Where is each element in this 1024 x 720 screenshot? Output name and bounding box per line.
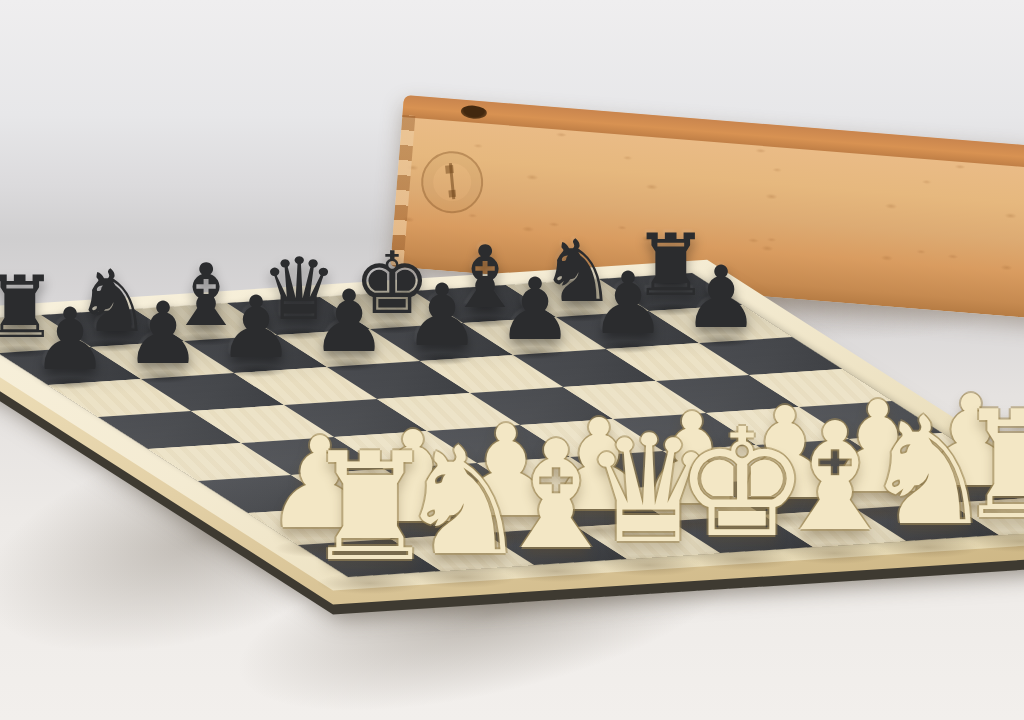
box-stamp	[418, 148, 486, 216]
scene: ♜♞♝♛♚♝♞♜♟♟♟♟♟♟♟♟♟♟♟♟♟♟♟♟♜♞♝♛♚♝♞♜	[0, 0, 1024, 720]
stamp-key-icon	[449, 163, 455, 199]
